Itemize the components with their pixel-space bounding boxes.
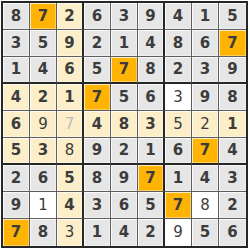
cell-r2c6[interactable]: 4 [138,30,165,57]
cell-r1c7[interactable]: 4 [165,3,192,30]
cell-r8c2[interactable]: 1 [30,192,57,219]
cell-r3c7[interactable]: 2 [165,57,192,84]
cell-r2c2[interactable]: 5 [30,30,57,57]
cell-r8c4[interactable]: 3 [84,192,111,219]
cell-r4c6[interactable]: 6 [138,84,165,111]
cell-r9c5[interactable]: 4 [111,219,138,246]
cell-r2c5[interactable]: 1 [111,30,138,57]
cell-r8c7[interactable]: 7 [165,192,192,219]
cell-r4c2[interactable]: 2 [30,84,57,111]
cell-r7c4[interactable]: 8 [84,165,111,192]
cell-r5c4[interactable]: 4 [84,111,111,138]
cell-r6c2[interactable]: 3 [30,138,57,165]
cell-r9c8[interactable]: 5 [192,219,219,246]
cell-r2c8[interactable]: 6 [192,30,219,57]
cell-r5c7[interactable]: 5 [165,111,192,138]
cell-r8c1[interactable]: 9 [3,192,30,219]
cell-r6c6[interactable]: 1 [138,138,165,165]
cell-r9c2[interactable]: 8 [30,219,57,246]
cell-r2c1[interactable]: 3 [3,30,30,57]
cell-r5c2[interactable]: 9 [30,111,57,138]
cell-r7c7[interactable]: 1 [165,165,192,192]
sudoku-board: 8726394153592148671465782394217563986974… [1,1,248,248]
cell-r3c5[interactable]: 7 [111,57,138,84]
cell-r3c2[interactable]: 4 [30,57,57,84]
cell-r9c7[interactable]: 9 [165,219,192,246]
cell-r5c8[interactable]: 2 [192,111,219,138]
cell-r5c9[interactable]: 1 [219,111,246,138]
cell-r4c9[interactable]: 8 [219,84,246,111]
cell-r2c7[interactable]: 8 [165,30,192,57]
cell-r3c9[interactable]: 9 [219,57,246,84]
cell-r3c1[interactable]: 1 [3,57,30,84]
cell-r4c8[interactable]: 9 [192,84,219,111]
cell-r3c8[interactable]: 3 [192,57,219,84]
cell-r4c7[interactable]: 3 [165,84,192,111]
cell-r8c8[interactable]: 8 [192,192,219,219]
cell-r6c8[interactable]: 7 [192,138,219,165]
cell-r9c9[interactable]: 6 [219,219,246,246]
cell-r1c9[interactable]: 5 [219,3,246,30]
cell-r6c5[interactable]: 2 [111,138,138,165]
cell-r9c4[interactable]: 1 [84,219,111,246]
cell-r4c4[interactable]: 7 [84,84,111,111]
cell-r4c5[interactable]: 5 [111,84,138,111]
cell-r4c1[interactable]: 4 [3,84,30,111]
cell-r9c1[interactable]: 7 [3,219,30,246]
cell-r1c1[interactable]: 8 [3,3,30,30]
cell-r3c6[interactable]: 8 [138,57,165,84]
cell-r8c9[interactable]: 2 [219,192,246,219]
cell-r5c6[interactable]: 3 [138,111,165,138]
cell-r3c3[interactable]: 6 [57,57,84,84]
cell-r7c1[interactable]: 2 [3,165,30,192]
cell-r7c8[interactable]: 4 [192,165,219,192]
cell-r8c5[interactable]: 6 [111,192,138,219]
cell-r9c6[interactable]: 2 [138,219,165,246]
cell-r5c5[interactable]: 8 [111,111,138,138]
cell-r2c9[interactable]: 7 [219,30,246,57]
cell-r1c4[interactable]: 6 [84,3,111,30]
cell-r2c4[interactable]: 2 [84,30,111,57]
cell-r3c4[interactable]: 5 [84,57,111,84]
cell-r6c3[interactable]: 8 [57,138,84,165]
cell-r6c7[interactable]: 6 [165,138,192,165]
cell-r6c9[interactable]: 4 [219,138,246,165]
cell-r7c6[interactable]: 7 [138,165,165,192]
cell-r1c6[interactable]: 9 [138,3,165,30]
cell-r6c1[interactable]: 5 [3,138,30,165]
cell-r9c3[interactable]: 3 [57,219,84,246]
cell-r6c4[interactable]: 9 [84,138,111,165]
cell-r7c5[interactable]: 9 [111,165,138,192]
cell-r1c2[interactable]: 7 [30,3,57,30]
cell-r1c3[interactable]: 2 [57,3,84,30]
cell-r1c8[interactable]: 1 [192,3,219,30]
cell-r8c3[interactable]: 4 [57,192,84,219]
cell-r4c3[interactable]: 1 [57,84,84,111]
cell-r7c9[interactable]: 3 [219,165,246,192]
cell-r8c6[interactable]: 5 [138,192,165,219]
cell-r7c3[interactable]: 5 [57,165,84,192]
cell-r5c1[interactable]: 6 [3,111,30,138]
cell-r2c3[interactable]: 9 [57,30,84,57]
cell-r5c3[interactable]: 7 [57,111,84,138]
cell-r7c2[interactable]: 6 [30,165,57,192]
cell-r1c5[interactable]: 3 [111,3,138,30]
